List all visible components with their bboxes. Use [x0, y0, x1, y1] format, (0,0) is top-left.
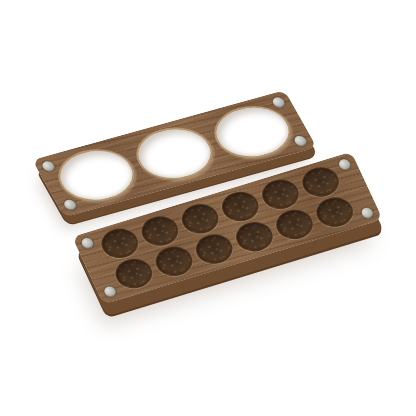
mancala-product-photo [0, 0, 416, 416]
lid-hole-1 [47, 141, 146, 209]
lid-hole-3 [203, 98, 302, 166]
lid-hole-2 [125, 120, 224, 188]
